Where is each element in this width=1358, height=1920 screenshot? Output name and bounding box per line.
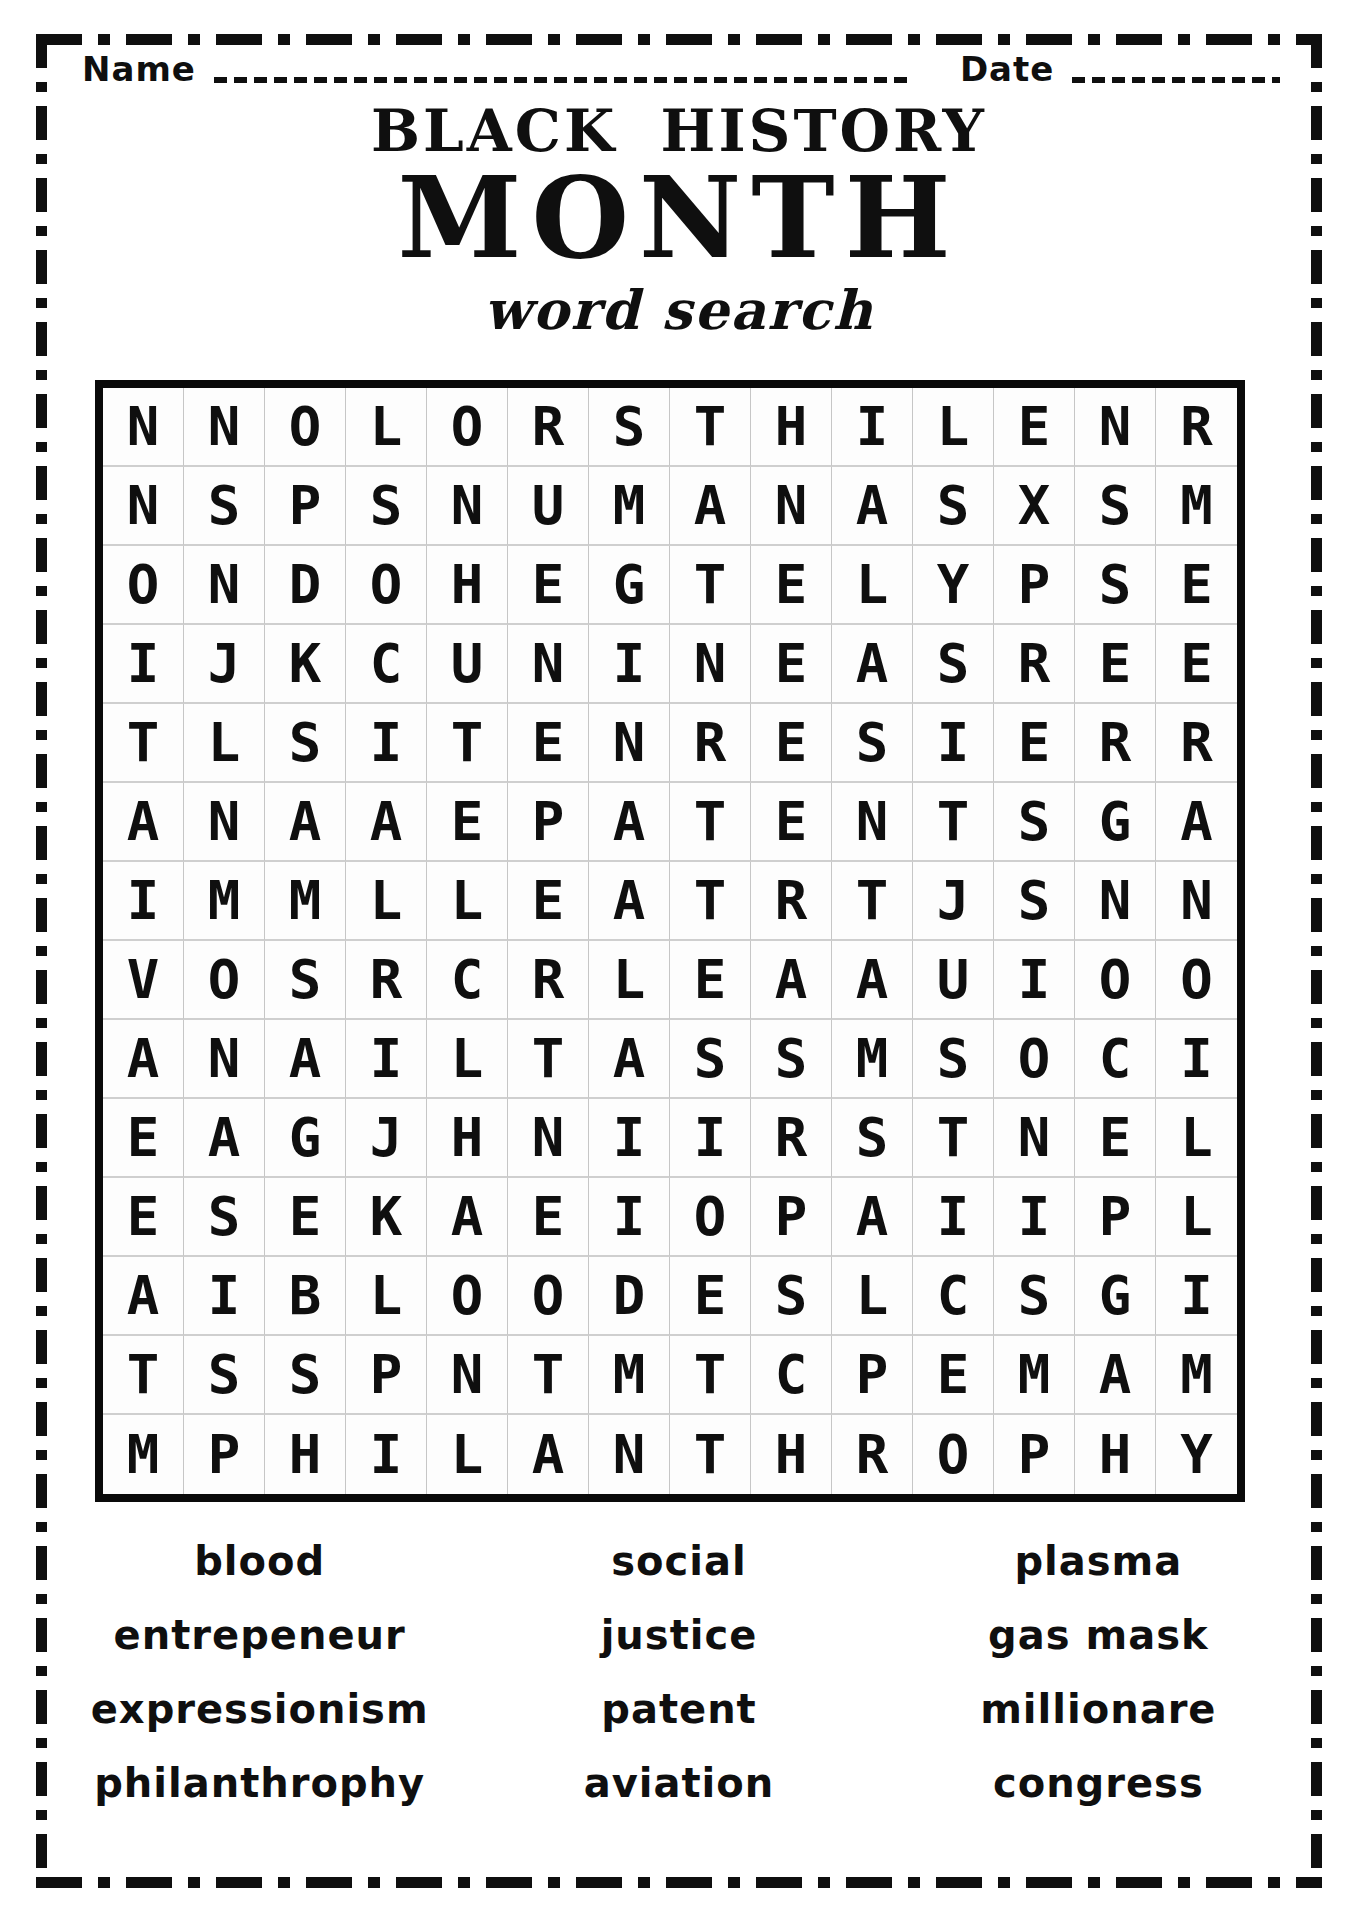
grid-cell: I [589,1099,670,1178]
grid-cell: A [103,1257,184,1336]
grid-cell: S [265,941,346,1020]
grid-cell: S [265,1336,346,1415]
grid-cell: P [346,1336,427,1415]
word-item: aviation [584,1760,775,1806]
grid-cell: E [508,1178,589,1257]
grid-cell: E [751,546,832,625]
grid-cell: N [1075,388,1156,467]
name-date-row: Name Date [82,52,1280,86]
grid-cell: A [346,783,427,862]
grid-cell: O [427,1257,508,1336]
grid-cell: V [103,941,184,1020]
grid-cell: E [265,1178,346,1257]
grid-cell: G [589,546,670,625]
grid-cell: N [508,625,589,704]
grid-cell: H [1075,1415,1156,1494]
word-item: millionare [980,1686,1216,1732]
grid-cell: S [589,388,670,467]
grid-cell: H [427,546,508,625]
grid-cell: T [670,1415,751,1494]
grid-cell: A [589,1020,670,1099]
grid-cell: E [994,704,1075,783]
grid-cell: O [913,1415,994,1494]
grid-cell: T [913,1099,994,1178]
grid-cell: A [670,467,751,546]
grid-cell: I [913,704,994,783]
grid-cell: A [103,1020,184,1099]
grid-cell: T [670,546,751,625]
grid-cell: E [1075,625,1156,704]
grid-cell: H [751,388,832,467]
grid-cell: A [508,1415,589,1494]
grid-cell: P [994,546,1075,625]
word-item: plasma [1014,1538,1182,1584]
grid-cell: O [427,388,508,467]
border-bottom [36,1877,1322,1888]
grid-cell: I [1156,1020,1237,1099]
grid-cell: T [670,783,751,862]
grid-cell: N [994,1099,1075,1178]
grid-cell: O [1156,941,1237,1020]
name-label: Name [82,52,196,86]
grid-cell: N [427,1336,508,1415]
grid-cell: E [670,1257,751,1336]
grid-cell: Y [913,546,994,625]
grid-cell: A [832,467,913,546]
grid-cell: O [1075,941,1156,1020]
grid-cell: I [589,1178,670,1257]
grid-cell: L [427,1020,508,1099]
grid-cell: N [670,625,751,704]
grid-cell: O [670,1178,751,1257]
grid-cell: E [508,704,589,783]
grid-cell: D [265,546,346,625]
grid-cell: N [184,388,265,467]
grid-cell: I [589,625,670,704]
grid-cell: N [184,1020,265,1099]
grid-cell: E [508,546,589,625]
grid-cell: N [1075,862,1156,941]
grid-cell: P [1075,1178,1156,1257]
grid-cell: K [265,625,346,704]
grid-cell: N [103,388,184,467]
grid-cell: M [589,467,670,546]
grid-cell: A [832,1178,913,1257]
grid-cell: G [1075,1257,1156,1336]
grid-cell: I [103,862,184,941]
grid-cell: E [751,625,832,704]
word-item: blood [194,1538,325,1584]
grid-cell: N [751,467,832,546]
grid-cell: S [832,704,913,783]
grid-cell: U [913,941,994,1020]
grid-cell: S [346,467,427,546]
word-item: entrepeneur [114,1612,406,1658]
title-line2: MONTH [0,166,1358,269]
grid-cell: E [994,388,1075,467]
grid-cell: C [427,941,508,1020]
grid-cell: M [994,1336,1075,1415]
grid-cell: T [832,862,913,941]
grid-cell: C [1075,1020,1156,1099]
grid-cell: S [832,1099,913,1178]
grid-cell: N [184,546,265,625]
grid-cell: S [994,783,1075,862]
grid-cell: L [346,1257,427,1336]
grid-cell: N [508,1099,589,1178]
word-item: social [611,1538,746,1584]
grid-cell: E [508,862,589,941]
date-label: Date [960,52,1054,86]
word-item: expressionism [91,1686,429,1732]
grid-cell: R [346,941,427,1020]
grid-cell: T [913,783,994,862]
grid-cell: S [184,1178,265,1257]
grid-cell: N [103,467,184,546]
title-block: BLACK HISTORY MONTH word search [0,102,1358,337]
grid-cell: A [427,1178,508,1257]
grid-cell: N [832,783,913,862]
grid-cell: P [751,1178,832,1257]
grid-cell: M [184,862,265,941]
grid-cell: I [994,941,1075,1020]
grid-cell: I [1156,1257,1237,1336]
grid-cell: C [346,625,427,704]
grid-cell: P [832,1336,913,1415]
grid-cell: Y [1156,1415,1237,1494]
grid-cell: E [103,1099,184,1178]
grid-cell: T [670,1336,751,1415]
word-list: bloodentrepeneurexpressionismphilanthrop… [50,1538,1308,1806]
grid-cell: M [1156,1336,1237,1415]
grid-cell: G [265,1099,346,1178]
grid-cell: T [427,704,508,783]
grid-cell: A [265,1020,346,1099]
grid-cell: O [265,388,346,467]
grid-cell: I [346,1020,427,1099]
grid-cell: S [913,1020,994,1099]
grid-cell: O [994,1020,1075,1099]
grid-cell: M [832,1020,913,1099]
grid-cell: L [832,1257,913,1336]
grid-cell: I [832,388,913,467]
grid-cell: M [265,862,346,941]
grid-cell: E [751,704,832,783]
grid-cell: J [346,1099,427,1178]
grid-cell: A [751,941,832,1020]
grid-cell: R [1156,388,1237,467]
word-list-column-1: bloodentrepeneurexpressionismphilanthrop… [50,1538,469,1806]
grid-cell: S [184,467,265,546]
grid-cell: L [427,862,508,941]
grid-cell: X [994,467,1075,546]
grid-cell: B [265,1257,346,1336]
grid-cell: R [751,1099,832,1178]
grid-cell: E [913,1336,994,1415]
grid-cell: H [265,1415,346,1494]
grid-cell: S [913,467,994,546]
grid-cell: C [751,1336,832,1415]
grid-cell: P [508,783,589,862]
grid-cell: E [1075,1099,1156,1178]
grid-cell: S [265,704,346,783]
grid-cell: I [346,704,427,783]
grid-cell: E [103,1178,184,1257]
grid-cell: M [589,1336,670,1415]
grid-cell: S [751,1257,832,1336]
grid-cell: S [913,625,994,704]
name-blank-line [214,77,914,83]
grid-cell: S [751,1020,832,1099]
grid-cell: E [751,783,832,862]
grid-cell: T [508,1020,589,1099]
word-item: patent [601,1686,756,1732]
date-blank-line [1072,77,1280,83]
word-list-column-3: plasmagas maskmillionarecongress [889,1538,1308,1806]
grid-cell: O [346,546,427,625]
grid-cell: S [670,1020,751,1099]
grid-cell: O [103,546,184,625]
grid-cell: K [346,1178,427,1257]
grid-cell: L [832,546,913,625]
grid-cell: L [184,704,265,783]
worksheet-page: Name Date BLACK HISTORY MONTH word searc… [0,0,1358,1920]
grid-cell: L [1156,1178,1237,1257]
grid-cell: R [994,625,1075,704]
grid-cell: G [1075,783,1156,862]
grid-cell: T [103,704,184,783]
grid-cell: P [994,1415,1075,1494]
grid-cell: R [508,388,589,467]
grid-cell: E [427,783,508,862]
grid-cell: A [1156,783,1237,862]
grid-cell: N [589,704,670,783]
grid-cell: T [508,1336,589,1415]
grid-cell: R [832,1415,913,1494]
grid-cell: A [1075,1336,1156,1415]
grid-cell: A [103,783,184,862]
grid-cell: E [1156,625,1237,704]
grid-cell: H [427,1099,508,1178]
grid-cell: R [508,941,589,1020]
grid-cell: A [589,862,670,941]
word-item: gas mask [988,1612,1208,1658]
grid-cell: L [427,1415,508,1494]
grid-cell: A [184,1099,265,1178]
grid-cell: T [103,1336,184,1415]
grid-cell: R [1156,704,1237,783]
grid-cell: A [832,941,913,1020]
grid-cell: E [1156,546,1237,625]
grid-cell: I [994,1178,1075,1257]
grid-cell: S [1075,467,1156,546]
border-top [36,34,1322,45]
word-item: philanthrophy [94,1760,425,1806]
grid-cell: C [913,1257,994,1336]
grid-cell: S [994,1257,1075,1336]
grid-cell: J [184,625,265,704]
grid-cell: O [184,941,265,1020]
grid-cell: R [1075,704,1156,783]
grid-cell: A [265,783,346,862]
title-subtitle: word search [0,283,1358,337]
grid-cell: S [184,1336,265,1415]
grid-cell: A [589,783,670,862]
grid-cell: U [508,467,589,546]
grid-cell: J [913,862,994,941]
grid-cell: S [994,862,1075,941]
grid-cell: M [103,1415,184,1494]
grid-cell: N [427,467,508,546]
grid-cell: I [103,625,184,704]
grid-cell: L [346,388,427,467]
grid-cell: D [589,1257,670,1336]
word-item: congress [993,1760,1204,1806]
grid-cell: P [265,467,346,546]
grid-cell: I [184,1257,265,1336]
grid-cell: A [832,625,913,704]
grid-cell: L [913,388,994,467]
grid-cell: O [508,1257,589,1336]
grid-cell: M [1156,467,1237,546]
grid-cell: H [751,1415,832,1494]
grid-cell: R [670,704,751,783]
grid-cell: I [346,1415,427,1494]
grid-cell: S [1075,546,1156,625]
grid-cell: U [427,625,508,704]
word-list-column-2: socialjusticepatentaviation [469,1538,888,1806]
word-search-grid: NNOLORSTHILENRNSPSNUMANASXSMONDOHEGTELYP… [95,380,1245,1502]
grid-cell: N [184,783,265,862]
grid-cell: P [184,1415,265,1494]
grid-cell: T [670,862,751,941]
grid-cell: N [1156,862,1237,941]
word-item: justice [601,1612,758,1658]
grid-cell: T [670,388,751,467]
grid-cell: L [346,862,427,941]
grid-cell: I [670,1099,751,1178]
grid-cell: L [1156,1099,1237,1178]
grid-cell: E [670,941,751,1020]
grid-cell: R [751,862,832,941]
grid-cell: N [589,1415,670,1494]
grid-cell: I [913,1178,994,1257]
grid-cell: L [589,941,670,1020]
